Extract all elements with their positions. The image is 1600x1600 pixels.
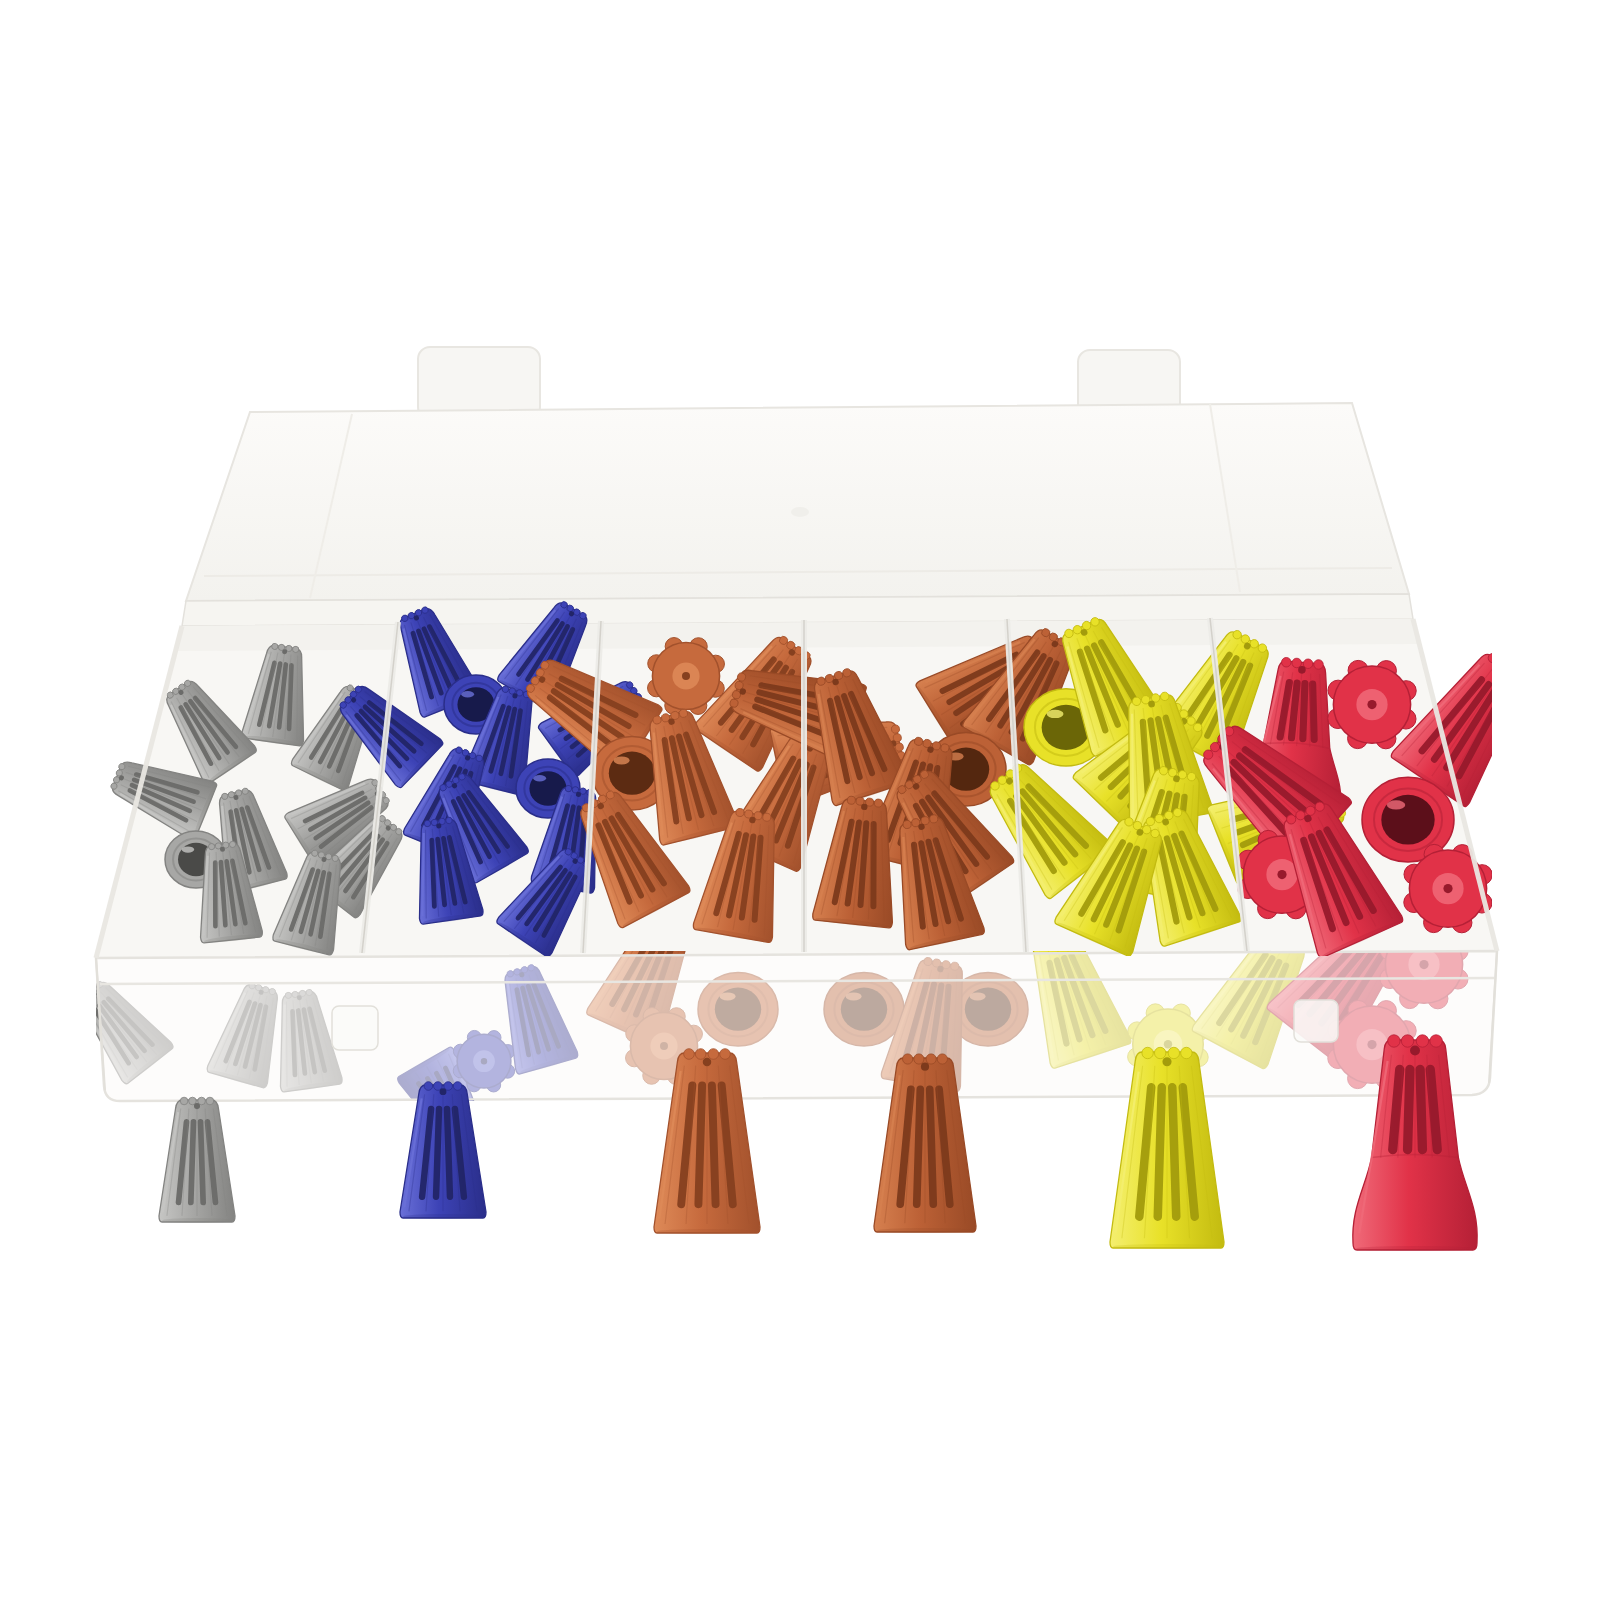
wire-nut-blue <box>400 1082 486 1219</box>
front-wall-panel <box>96 951 1497 1101</box>
wire-nut-gray <box>159 1097 235 1223</box>
latch-tab-left <box>332 1006 378 1050</box>
lid-dimple <box>791 507 809 517</box>
latch-tab-right <box>1294 1000 1338 1042</box>
box-lid <box>182 403 1413 626</box>
scene-svg <box>0 0 1600 1600</box>
hinge-tab-left <box>418 347 540 419</box>
front-wall <box>96 951 1497 1101</box>
product-photo <box>0 0 1600 1600</box>
